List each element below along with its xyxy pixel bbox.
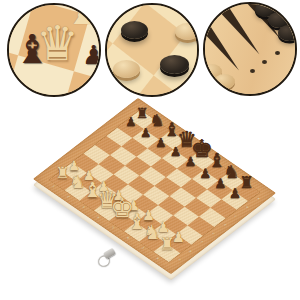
chess-board: 12345678abcdefgh ♜♞♝♛♚♝♞♜♟♟♟♟♟♟♟♟♟♟♟♟♟♟♟… — [0, 0, 300, 300]
rank-label: 3 — [81, 206, 85, 209]
file-label: b — [245, 206, 249, 209]
rank-label: 6 — [126, 237, 130, 240]
file-label: a — [257, 197, 261, 200]
file-label: g — [189, 250, 193, 253]
rank-label: 1 — [51, 185, 55, 188]
board-surface: 12345678abcdefgh — [33, 98, 276, 274]
board-squares-grid — [50, 110, 260, 262]
metal-latch — [93, 241, 124, 270]
rank-label: 5 — [111, 226, 115, 229]
file-label: f — [200, 241, 203, 243]
file-label: c — [234, 215, 238, 218]
file-label: h — [177, 258, 181, 261]
rank-label: 2 — [66, 196, 70, 199]
rank-label: 4 — [96, 216, 100, 219]
file-label: e — [211, 232, 215, 235]
rank-label: 7 — [141, 247, 145, 250]
rank-label: 8 — [155, 257, 159, 260]
product-photo: ♝ ♝ ♛ ♟ 12345678abcdefgh — [0, 0, 300, 300]
file-label: d — [223, 223, 227, 226]
latch-plate-icon — [103, 248, 116, 260]
